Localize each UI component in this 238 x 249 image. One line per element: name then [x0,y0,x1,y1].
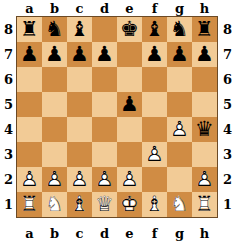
rank-label-1-left: 1 [0,192,17,217]
piece-black-pawn-c7[interactable]: ♟ [67,42,92,67]
white-pawn-icon: ♙ [192,167,217,192]
corner-bottom-left [0,227,17,249]
piece-black-bishop-c8[interactable]: ♝ [67,17,92,42]
square-a2[interactable]: ♟♙ [17,167,42,192]
piece-white-pawn-a2[interactable]: ♟♙ [17,167,42,192]
square-h8[interactable]: ♜ [192,17,217,42]
piece-white-pawn-f3[interactable]: ♟♙ [142,142,167,167]
square-b6[interactable] [42,67,67,92]
corner-bottom-right [217,227,238,249]
piece-white-pawn-c2[interactable]: ♟♙ [67,167,92,192]
white-pawn-icon: ♙ [17,167,42,192]
rank-label-2-right: 2 [217,167,238,192]
rank-label-7-left: 7 [0,42,17,67]
piece-black-rook-a8[interactable]: ♜ [17,17,42,42]
file-label-e-top: e [117,2,142,15]
rank-labels-right: 87654321 [217,17,238,217]
square-e5[interactable]: ♟ [117,92,142,117]
square-c6[interactable] [67,67,92,92]
white-pawn-icon: ♙ [167,117,192,142]
rank-label-6-right: 6 [217,67,238,92]
file-label-a-bottom: a [17,227,42,240]
piece-black-pawn-d7[interactable]: ♟ [92,42,117,67]
square-f1[interactable]: ♝♗ [142,192,167,217]
square-e6[interactable] [117,67,142,92]
square-f3[interactable]: ♟♙ [142,142,167,167]
piece-black-pawn-b7[interactable]: ♟ [42,42,67,67]
piece-white-knight-b1[interactable]: ♞♘ [42,192,67,217]
rank-label-4-left: 4 [0,117,17,142]
square-d1[interactable]: ♛♕ [92,192,117,217]
piece-black-king-e8[interactable]: ♚ [117,17,142,42]
white-knight-icon: ♘ [42,192,67,217]
black-king-icon: ♚ [117,17,142,42]
piece-black-rook-h8[interactable]: ♜ [192,17,217,42]
piece-white-bishop-f1[interactable]: ♝♗ [142,192,167,217]
white-bishop-icon: ♗ [142,192,167,217]
file-label-g-bottom: g [167,227,192,240]
rank-label-3-left: 3 [0,142,17,167]
black-pawn-icon: ♟ [117,92,142,117]
file-label-f-top: f [142,2,167,15]
square-c7[interactable]: ♟ [67,42,92,67]
file-label-c-top: c [67,2,92,15]
piece-black-knight-b8[interactable]: ♞ [42,17,67,42]
black-knight-icon: ♞ [167,17,192,42]
square-f5[interactable] [142,92,167,117]
square-e8[interactable]: ♚ [117,17,142,42]
square-h7[interactable]: ♟ [192,42,217,67]
square-g4[interactable]: ♟♙ [167,117,192,142]
rank-label-3-right: 3 [217,142,238,167]
square-d4[interactable] [92,117,117,142]
square-c4[interactable] [67,117,92,142]
black-pawn-icon: ♟ [92,42,117,67]
square-b8[interactable]: ♞ [42,17,67,42]
piece-white-knight-g1[interactable]: ♞♘ [167,192,192,217]
square-h2[interactable]: ♟♙ [192,167,217,192]
white-queen-icon: ♕ [92,192,117,217]
file-labels-bottom: abcdefgh [0,217,238,249]
white-rook-icon: ♖ [17,192,42,217]
chess-board: ♜♞♝♚♝♞♜♟♟♟♟♟♟♟♟♟♙♛♟♙♟♙♟♙♟♙♟♙♟♙♟♙♜♖♞♘♝♗♛♕… [17,17,217,217]
rank-label-1-right: 1 [217,192,238,217]
square-d6[interactable] [92,67,117,92]
square-e2[interactable]: ♟♙ [117,167,142,192]
square-f6[interactable] [142,67,167,92]
file-label-c-bottom: c [67,227,92,240]
square-a8[interactable]: ♜ [17,17,42,42]
piece-white-queen-d1[interactable]: ♛♕ [92,192,117,217]
rank-label-8-left: 8 [0,17,17,42]
square-d7[interactable]: ♟ [92,42,117,67]
file-label-d-top: d [92,2,117,15]
rank-label-8-right: 8 [217,17,238,42]
file-label-b-bottom: b [42,227,67,240]
file-label-f-bottom: f [142,227,167,240]
black-pawn-icon: ♟ [17,42,42,67]
square-g5[interactable] [167,92,192,117]
file-label-g-top: g [167,2,192,15]
square-b4[interactable] [42,117,67,142]
square-b5[interactable] [42,92,67,117]
white-pawn-icon: ♙ [117,167,142,192]
square-a6[interactable] [17,67,42,92]
file-label-d-bottom: d [92,227,117,240]
square-g8[interactable]: ♞ [167,17,192,42]
square-g1[interactable]: ♞♘ [167,192,192,217]
square-g3[interactable] [167,142,192,167]
square-f4[interactable] [142,117,167,142]
rank-label-4-right: 4 [217,117,238,142]
black-pawn-icon: ♟ [142,42,167,67]
file-labels-top: abcdefgh [0,0,238,17]
square-c1[interactable]: ♝♗ [67,192,92,217]
black-bishop-icon: ♝ [142,17,167,42]
rank-labels-left: 87654321 [0,17,17,217]
square-g6[interactable] [167,67,192,92]
square-h1[interactable]: ♜♖ [192,192,217,217]
square-d8[interactable] [92,17,117,42]
piece-black-bishop-f8[interactable]: ♝ [142,17,167,42]
square-d3[interactable] [92,142,117,167]
file-label-h-top: h [192,2,217,15]
black-rook-icon: ♜ [192,17,217,42]
square-h5[interactable] [192,92,217,117]
black-pawn-icon: ♟ [42,42,67,67]
piece-white-king-e1[interactable]: ♚♔ [117,192,142,217]
black-bishop-icon: ♝ [67,17,92,42]
square-b2[interactable]: ♟♙ [42,167,67,192]
white-pawn-icon: ♙ [142,142,167,167]
file-label-b-top: b [42,2,67,15]
rank-label-2-left: 2 [0,167,17,192]
piece-white-pawn-h2[interactable]: ♟♙ [192,167,217,192]
piece-white-rook-h1[interactable]: ♜♖ [192,192,217,217]
square-e3[interactable] [117,142,142,167]
square-g7[interactable]: ♟ [167,42,192,67]
white-pawn-icon: ♙ [42,167,67,192]
square-e7[interactable] [117,42,142,67]
piece-black-knight-g8[interactable]: ♞ [167,17,192,42]
square-e4[interactable] [117,117,142,142]
square-a7[interactable]: ♟ [17,42,42,67]
piece-white-pawn-g4[interactable]: ♟♙ [167,117,192,142]
square-e1[interactable]: ♚♔ [117,192,142,217]
square-a1[interactable]: ♜♖ [17,192,42,217]
piece-black-queen-h4[interactable]: ♛ [192,117,217,142]
square-b7[interactable]: ♟ [42,42,67,67]
piece-black-pawn-e5[interactable]: ♟ [117,92,142,117]
rank-label-7-right: 7 [217,42,238,67]
square-g2[interactable] [167,167,192,192]
square-a5[interactable] [17,92,42,117]
square-f7[interactable]: ♟ [142,42,167,67]
white-rook-icon: ♖ [192,192,217,217]
corner-top-left [0,0,17,17]
white-bishop-icon: ♗ [67,192,92,217]
square-f2[interactable] [142,167,167,192]
square-h4[interactable]: ♛ [192,117,217,142]
white-king-icon: ♔ [117,192,142,217]
square-h6[interactable] [192,67,217,92]
rank-label-6-left: 6 [0,67,17,92]
square-c2[interactable]: ♟♙ [67,167,92,192]
rank-label-5-right: 5 [217,92,238,117]
white-pawn-icon: ♙ [67,167,92,192]
square-b3[interactable] [42,142,67,167]
square-d5[interactable] [92,92,117,117]
piece-white-pawn-e2[interactable]: ♟♙ [117,167,142,192]
black-knight-icon: ♞ [42,17,67,42]
corner-top-right [217,0,238,17]
square-a3[interactable] [17,142,42,167]
piece-black-pawn-g7[interactable]: ♟ [167,42,192,67]
white-pawn-icon: ♙ [92,167,117,192]
black-pawn-icon: ♟ [67,42,92,67]
black-rook-icon: ♜ [17,17,42,42]
square-c8[interactable]: ♝ [67,17,92,42]
square-h3[interactable] [192,142,217,167]
square-f8[interactable]: ♝ [142,17,167,42]
square-c5[interactable] [67,92,92,117]
piece-white-rook-a1[interactable]: ♜♖ [17,192,42,217]
piece-white-pawn-d2[interactable]: ♟♙ [92,167,117,192]
black-queen-icon: ♛ [192,117,217,142]
file-label-e-bottom: e [117,227,142,240]
square-a4[interactable] [17,117,42,142]
piece-white-bishop-c1[interactable]: ♝♗ [67,192,92,217]
square-b1[interactable]: ♞♘ [42,192,67,217]
black-pawn-icon: ♟ [167,42,192,67]
piece-white-pawn-b2[interactable]: ♟♙ [42,167,67,192]
piece-black-pawn-h7[interactable]: ♟ [192,42,217,67]
rank-label-5-left: 5 [0,92,17,117]
square-d2[interactable]: ♟♙ [92,167,117,192]
piece-black-pawn-a7[interactable]: ♟ [17,42,42,67]
white-knight-icon: ♘ [167,192,192,217]
file-label-a-top: a [17,2,42,15]
chess-board-app: abcdefgh 87654321 ♜♞♝♚♝♞♜♟♟♟♟♟♟♟♟♟♙♛♟♙♟♙… [0,0,238,249]
file-label-h-bottom: h [192,227,217,240]
square-c3[interactable] [67,142,92,167]
piece-black-pawn-f7[interactable]: ♟ [142,42,167,67]
black-pawn-icon: ♟ [192,42,217,67]
